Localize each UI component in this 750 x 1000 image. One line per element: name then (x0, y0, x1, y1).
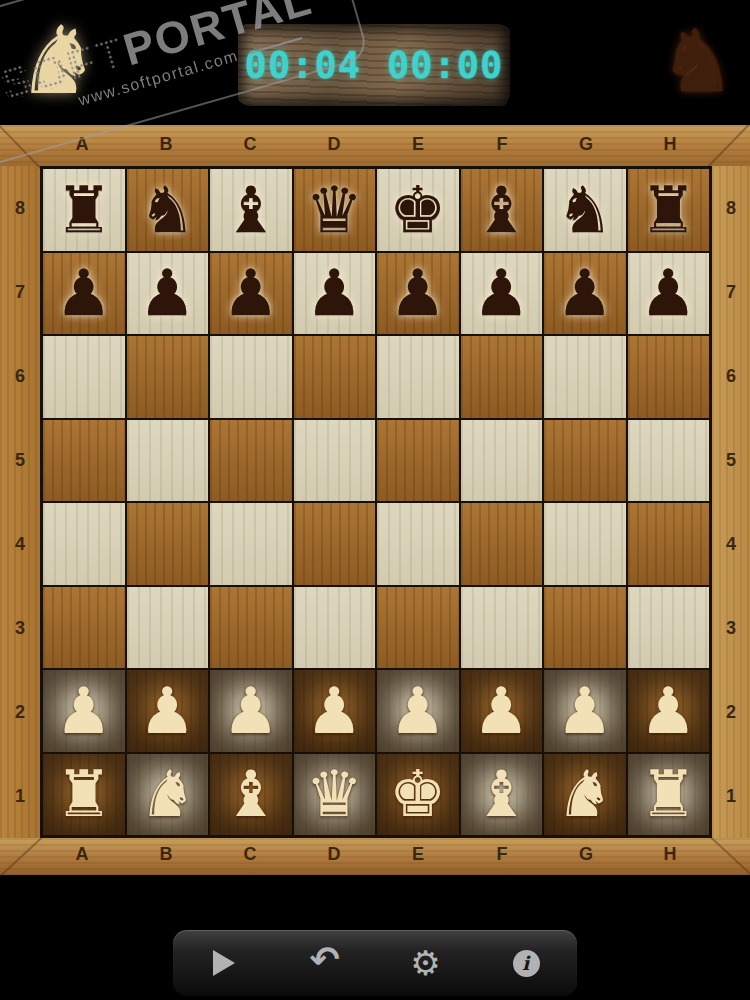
square-b3[interactable] (127, 587, 209, 669)
square-a1[interactable]: ♜ (43, 754, 125, 836)
square-a7[interactable]: ♟ (43, 253, 125, 335)
square-b5[interactable] (127, 420, 209, 502)
header-bar: ♞ ♞ 00:04 00:00 SOFTPORTAL™ www.softport… (0, 0, 750, 125)
square-b6[interactable] (127, 336, 209, 418)
rank-label-1: 1 (712, 754, 750, 838)
square-f2[interactable]: ♟ (461, 670, 543, 752)
white-queen-d1[interactable]: ♛ (306, 762, 363, 826)
file-label-f: F (460, 134, 544, 155)
square-e7[interactable]: ♟ (377, 253, 459, 335)
square-c8[interactable]: ♝ (210, 169, 292, 251)
file-label-b: B (124, 134, 208, 155)
file-labels-top: ABCDEFGH (40, 134, 712, 155)
square-h5[interactable] (628, 420, 710, 502)
white-clock: 00:04 (245, 44, 361, 87)
black-clock: 00:00 (387, 44, 503, 87)
file-label-e: E (376, 134, 460, 155)
file-label-d: D (292, 134, 376, 155)
rank-labels-right: 87654321 (712, 166, 750, 838)
rank-label-6: 6 (712, 334, 750, 418)
square-c6[interactable] (210, 336, 292, 418)
file-label-h: H (628, 844, 712, 865)
file-label-g: G (544, 844, 628, 865)
square-f6[interactable] (461, 336, 543, 418)
square-a2[interactable]: ♟ (43, 670, 125, 752)
square-a8[interactable]: ♜ (43, 169, 125, 251)
file-label-a: A (40, 134, 124, 155)
black-pawn-h7[interactable]: ♟ (640, 261, 697, 325)
rank-label-8: 8 (712, 166, 750, 250)
white-knight-logo-icon: ♞ (16, 14, 100, 108)
black-knight-logo-icon: ♞ (659, 18, 736, 104)
white-rook-h1[interactable]: ♜ (640, 762, 697, 826)
square-b7[interactable]: ♟ (127, 253, 209, 335)
black-pawn-a7[interactable]: ♟ (55, 261, 112, 325)
square-a4[interactable] (43, 503, 125, 585)
settings-button[interactable]: ⚙ (375, 930, 476, 996)
rank-label-6: 6 (0, 334, 40, 418)
square-f5[interactable] (461, 420, 543, 502)
square-d5[interactable] (294, 420, 376, 502)
square-b1[interactable]: ♞ (127, 754, 209, 836)
info-icon: i (513, 950, 540, 977)
white-pawn-f2[interactable]: ♟ (473, 679, 530, 743)
undo-button[interactable]: ↶ (274, 930, 375, 996)
black-pawn-c7[interactable]: ♟ (222, 261, 279, 325)
file-label-e: E (376, 844, 460, 865)
white-king-e1[interactable]: ♚ (389, 762, 446, 826)
black-knight-g8[interactable]: ♞ (556, 178, 613, 242)
white-knight-g1[interactable]: ♞ (556, 762, 613, 826)
file-label-f: F (460, 844, 544, 865)
square-g2[interactable]: ♟ (544, 670, 626, 752)
square-c2[interactable]: ♟ (210, 670, 292, 752)
square-f4[interactable] (461, 503, 543, 585)
square-e5[interactable] (377, 420, 459, 502)
square-a3[interactable] (43, 587, 125, 669)
square-a6[interactable] (43, 336, 125, 418)
file-label-a: A (40, 844, 124, 865)
rank-label-2: 2 (0, 670, 40, 754)
file-label-g: G (544, 134, 628, 155)
white-pawn-g2[interactable]: ♟ (556, 679, 613, 743)
square-h6[interactable] (628, 336, 710, 418)
square-g6[interactable] (544, 336, 626, 418)
black-pawn-b7[interactable]: ♟ (139, 261, 196, 325)
rank-label-2: 2 (712, 670, 750, 754)
rank-label-7: 7 (0, 250, 40, 334)
square-h3[interactable] (628, 587, 710, 669)
white-pawn-c2[interactable]: ♟ (222, 679, 279, 743)
white-pawn-d2[interactable]: ♟ (306, 679, 363, 743)
square-h8[interactable]: ♜ (628, 169, 710, 251)
rank-label-3: 3 (0, 586, 40, 670)
square-f7[interactable]: ♟ (461, 253, 543, 335)
rank-label-7: 7 (712, 250, 750, 334)
rank-label-8: 8 (0, 166, 40, 250)
file-label-c: C (208, 134, 292, 155)
black-rook-a8[interactable]: ♜ (55, 178, 112, 242)
square-g5[interactable] (544, 420, 626, 502)
clock-plank: 00:04 00:00 (238, 24, 510, 106)
square-g1[interactable]: ♞ (544, 754, 626, 836)
black-bishop-c8[interactable]: ♝ (222, 178, 279, 242)
square-c4[interactable] (210, 503, 292, 585)
square-h2[interactable]: ♟ (628, 670, 710, 752)
undo-icon: ↶ (309, 942, 339, 978)
square-e1[interactable]: ♚ (377, 754, 459, 836)
square-d8[interactable]: ♛ (294, 169, 376, 251)
file-label-b: B (124, 844, 208, 865)
square-f1[interactable]: ♝ (461, 754, 543, 836)
square-h1[interactable]: ♜ (628, 754, 710, 836)
black-queen-d8[interactable]: ♛ (306, 178, 363, 242)
play-icon (213, 950, 235, 976)
file-label-d: D (292, 844, 376, 865)
bottom-toolbar: ↶ ⚙ i (173, 930, 577, 996)
square-g4[interactable] (544, 503, 626, 585)
white-bishop-c1[interactable]: ♝ (222, 762, 279, 826)
square-e3[interactable] (377, 587, 459, 669)
board-grid: ♜♞♝♛♚♝♞♜♟♟♟♟♟♟♟♟♟♟♟♟♟♟♟♟♜♞♝♛♚♝♞♜ (40, 166, 712, 838)
gear-icon: ⚙ (410, 946, 440, 980)
rank-label-5: 5 (712, 418, 750, 502)
square-g8[interactable]: ♞ (544, 169, 626, 251)
square-h7[interactable]: ♟ (628, 253, 710, 335)
white-rook-a1[interactable]: ♜ (55, 762, 112, 826)
square-d3[interactable] (294, 587, 376, 669)
square-d7[interactable]: ♟ (294, 253, 376, 335)
black-pawn-e7[interactable]: ♟ (389, 261, 446, 325)
rank-label-4: 4 (712, 502, 750, 586)
white-pawn-e2[interactable]: ♟ (389, 679, 446, 743)
white-pawn-a2[interactable]: ♟ (55, 679, 112, 743)
square-f3[interactable] (461, 587, 543, 669)
square-c3[interactable] (210, 587, 292, 669)
square-d2[interactable]: ♟ (294, 670, 376, 752)
black-pawn-d7[interactable]: ♟ (306, 261, 363, 325)
square-d4[interactable] (294, 503, 376, 585)
square-b2[interactable]: ♟ (127, 670, 209, 752)
black-pawn-f7[interactable]: ♟ (473, 261, 530, 325)
rank-label-5: 5 (0, 418, 40, 502)
rank-label-4: 4 (0, 502, 40, 586)
file-label-c: C (208, 844, 292, 865)
white-pawn-h2[interactable]: ♟ (640, 679, 697, 743)
black-pawn-g7[interactable]: ♟ (556, 261, 613, 325)
square-e6[interactable] (377, 336, 459, 418)
square-g3[interactable] (544, 587, 626, 669)
black-king-e8[interactable]: ♚ (389, 178, 446, 242)
white-knight-b1[interactable]: ♞ (139, 762, 196, 826)
square-c1[interactable]: ♝ (210, 754, 292, 836)
square-c7[interactable]: ♟ (210, 253, 292, 335)
chess-board: ABCDEFGH ABCDEFGH 87654321 87654321 ♜♞♝♛… (0, 125, 750, 875)
square-d1[interactable]: ♛ (294, 754, 376, 836)
square-d6[interactable] (294, 336, 376, 418)
square-e2[interactable]: ♟ (377, 670, 459, 752)
square-b4[interactable] (127, 503, 209, 585)
file-labels-bottom: ABCDEFGH (40, 844, 712, 865)
info-button[interactable]: i (476, 930, 577, 996)
watermark-url-text: www.softportal.com (76, 47, 240, 109)
square-f8[interactable]: ♝ (461, 169, 543, 251)
square-b8[interactable]: ♞ (127, 169, 209, 251)
black-knight-b8[interactable]: ♞ (139, 178, 196, 242)
file-label-h: H (628, 134, 712, 155)
play-button[interactable] (173, 930, 274, 996)
white-pawn-b2[interactable]: ♟ (139, 679, 196, 743)
square-g7[interactable]: ♟ (544, 253, 626, 335)
black-bishop-f8[interactable]: ♝ (473, 178, 530, 242)
rank-label-1: 1 (0, 754, 40, 838)
rank-labels-left: 87654321 (0, 166, 40, 838)
rank-label-3: 3 (712, 586, 750, 670)
square-c5[interactable] (210, 420, 292, 502)
white-bishop-f1[interactable]: ♝ (473, 762, 530, 826)
square-h4[interactable] (628, 503, 710, 585)
square-e4[interactable] (377, 503, 459, 585)
black-rook-h8[interactable]: ♜ (640, 178, 697, 242)
square-e8[interactable]: ♚ (377, 169, 459, 251)
square-a5[interactable] (43, 420, 125, 502)
